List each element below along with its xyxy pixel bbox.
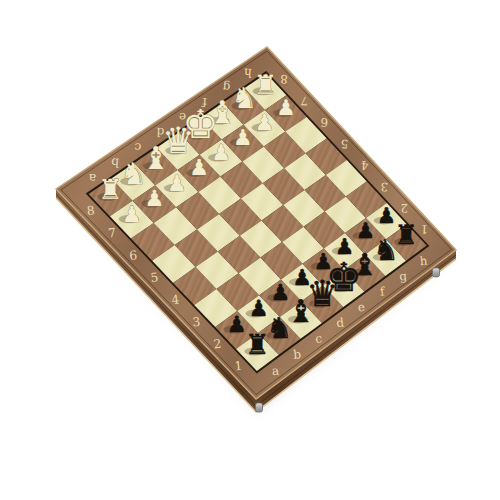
- white-pawn-b7: ♟: [145, 185, 165, 211]
- rank-label-1-right: 1: [420, 222, 428, 236]
- file-label-b-far: b: [111, 155, 120, 169]
- rank-label-8-left: 8: [86, 204, 95, 219]
- rank-label-7-left: 7: [107, 226, 116, 241]
- rank-label-4-right: 4: [360, 158, 368, 172]
- rank-label-3-right: 3: [380, 180, 388, 194]
- rank-label-1-left: 1: [234, 359, 243, 374]
- file-label-a-far: a: [88, 171, 96, 185]
- white-pawn-g7: ♟: [255, 110, 275, 135]
- white-rook-a8: ♜: [98, 173, 123, 206]
- white-knight-b8: ♞: [120, 157, 146, 191]
- metal-clasp-near: [256, 403, 263, 412]
- rank-label-5-right: 5: [340, 137, 348, 151]
- rank-label-2-right: 2: [400, 201, 408, 215]
- file-label-e-near: e: [357, 300, 365, 315]
- white-pawn-c7: ♟: [167, 170, 187, 196]
- rank-label-6-right: 6: [320, 115, 328, 129]
- rank-label-2-left: 2: [213, 337, 222, 352]
- black-rook-a1: ♜: [245, 329, 269, 360]
- black-knight-b1: ♞: [266, 311, 292, 345]
- chess-board: aabbccddeeffgghh8877665544332211♜♞♟♝♟♚♟♛…: [0, 0, 500, 500]
- rank-label-8-right: 8: [280, 72, 288, 86]
- file-label-g-far: g: [222, 80, 231, 94]
- file-label-c-far: c: [134, 140, 142, 154]
- white-pawn-a7: ♟: [122, 201, 142, 227]
- rank-label-3-left: 3: [192, 315, 201, 330]
- black-pawn-a2: ♟: [227, 311, 247, 337]
- white-pawn-d7: ♟: [189, 154, 209, 180]
- white-rook-h8: ♜: [254, 69, 278, 100]
- white-pawn-e7: ♟: [211, 140, 231, 165]
- metal-clasp-right: [433, 268, 440, 277]
- rank-label-6-left: 6: [129, 248, 138, 263]
- black-pawn-h2: ♟: [377, 203, 396, 228]
- file-label-a-near: a: [271, 364, 280, 379]
- white-pawn-f7: ♟: [233, 125, 253, 150]
- white-pawn-h7: ♟: [276, 95, 295, 120]
- rank-label-5-left: 5: [150, 270, 159, 285]
- file-label-h-far: h: [243, 66, 252, 80]
- product-photo-canvas: aabbccddeeffgghh8877665544332211♜♞♟♝♟♚♟♛…: [0, 0, 500, 500]
- rank-label-7-right: 7: [300, 94, 308, 108]
